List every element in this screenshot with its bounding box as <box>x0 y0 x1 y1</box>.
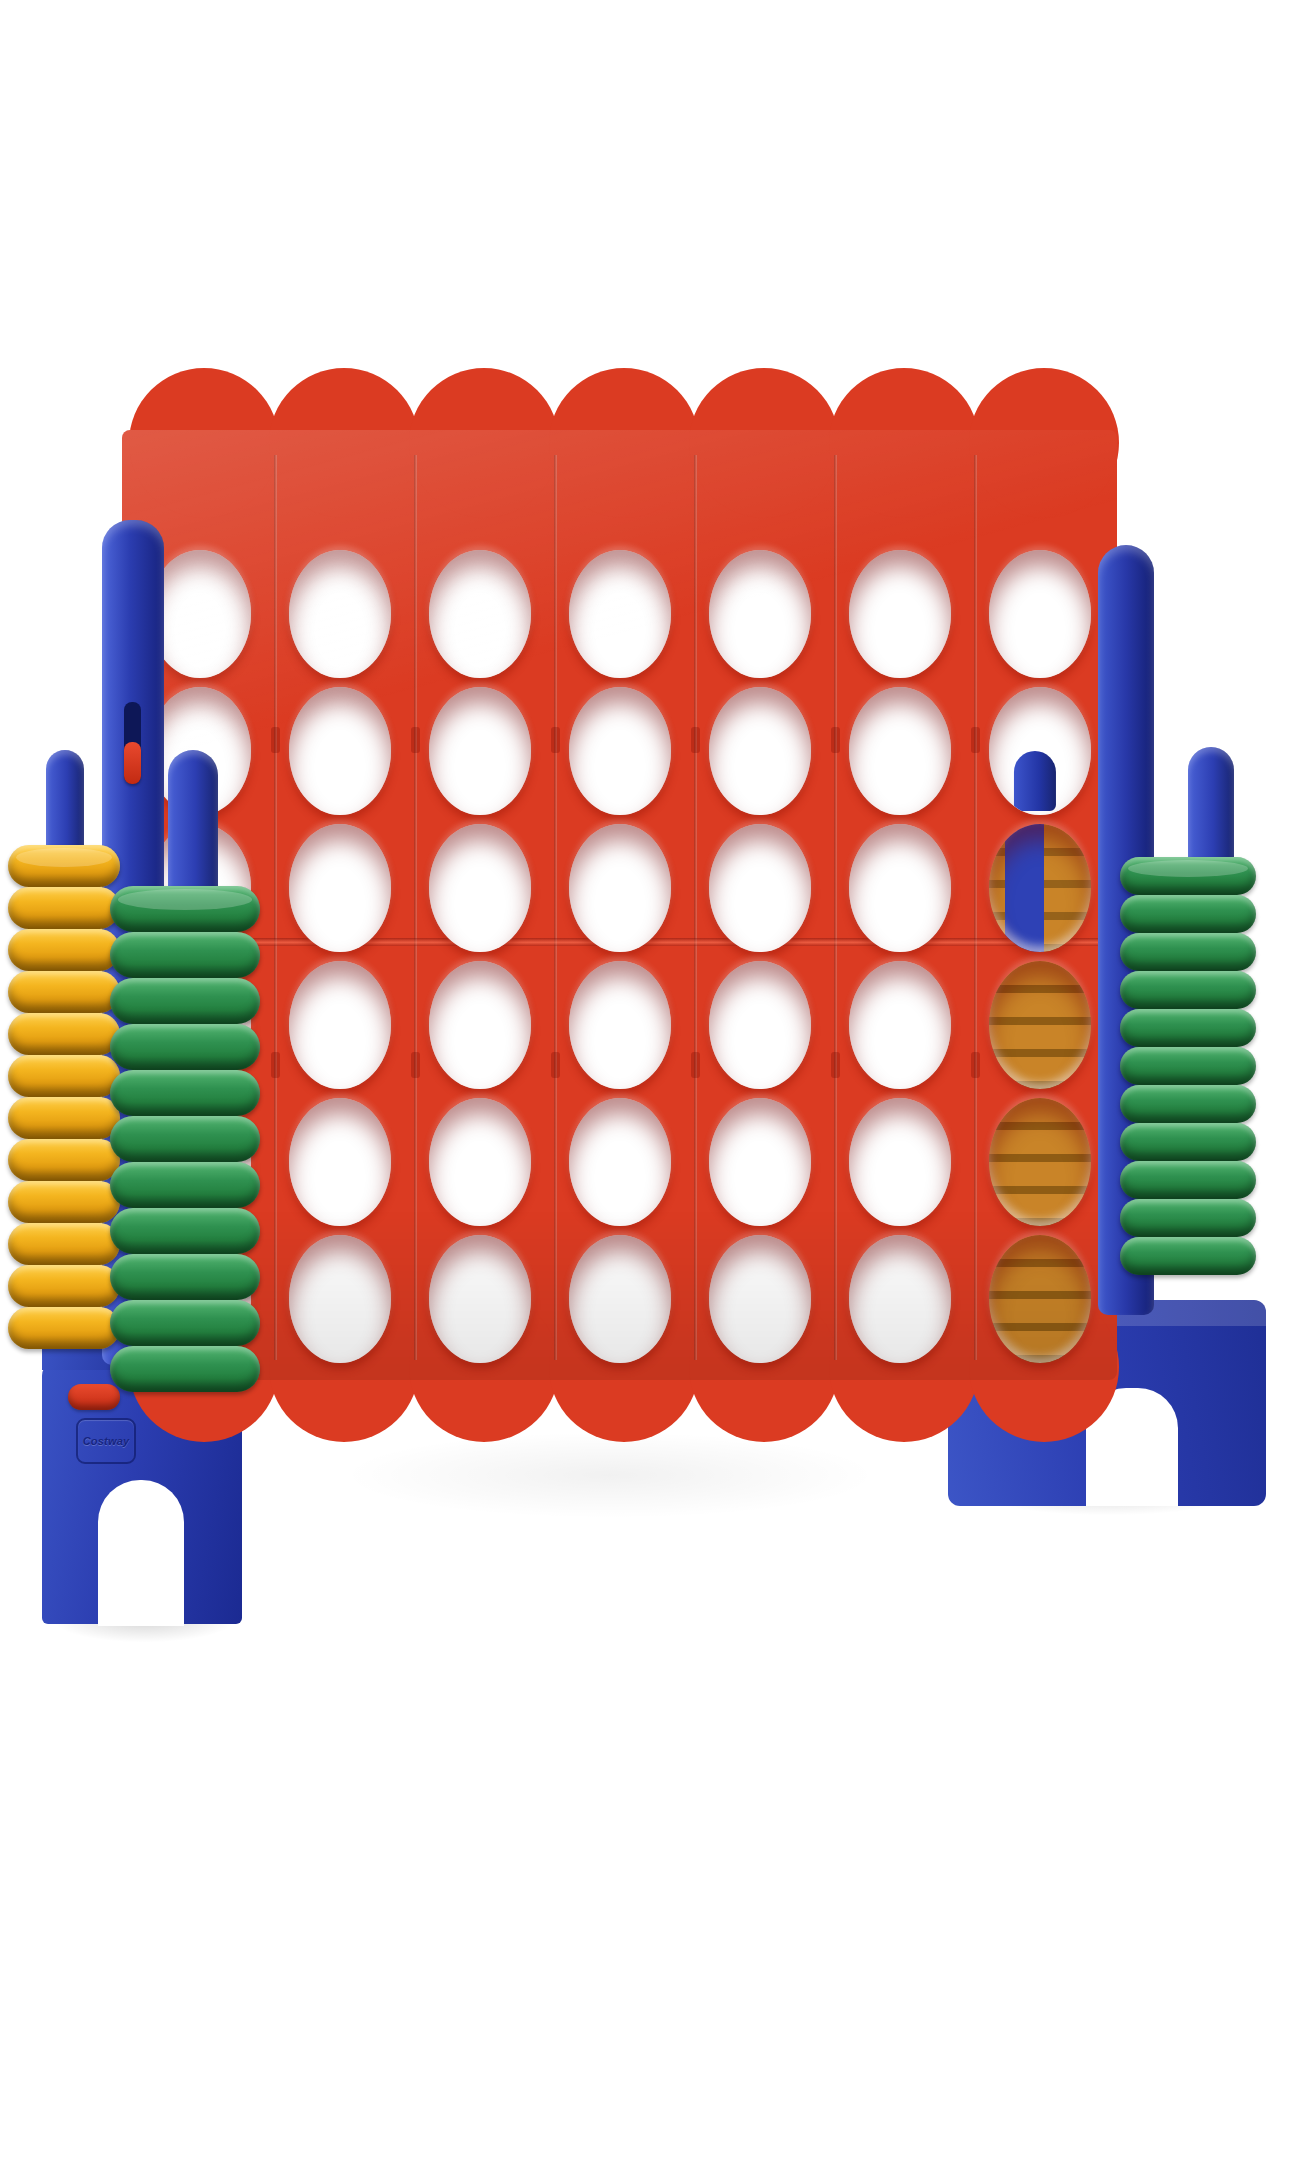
board-hole <box>289 1098 391 1226</box>
green-discs <box>110 886 260 1392</box>
board-hole <box>989 1235 1091 1363</box>
yellow-disc <box>8 1013 120 1055</box>
board-cell <box>270 956 410 1093</box>
yellow-disc <box>8 1181 120 1223</box>
board-hole <box>569 824 671 952</box>
board-cell <box>690 682 830 819</box>
board-hole <box>569 1235 671 1363</box>
board-hole <box>289 961 391 1089</box>
board-hole <box>289 687 391 815</box>
board-cell <box>550 1093 690 1230</box>
green-disc <box>110 886 260 932</box>
board-cell <box>270 1093 410 1230</box>
board-hole-grid <box>130 545 1110 1367</box>
board-cell <box>550 956 690 1093</box>
green-disc <box>1120 1009 1256 1047</box>
board-hole <box>429 961 531 1089</box>
yellow-disc <box>8 1055 120 1097</box>
board-cell <box>690 819 830 956</box>
green-disc <box>110 1346 260 1392</box>
board-hole <box>289 824 391 952</box>
green-discs <box>1120 857 1256 1275</box>
board-hole <box>849 1098 951 1226</box>
board-hole <box>849 961 951 1089</box>
board-hole <box>569 687 671 815</box>
board-cell <box>410 682 550 819</box>
green-disc <box>110 1208 260 1254</box>
board-cell <box>270 819 410 956</box>
brand-logo-text: Costway <box>83 1435 130 1447</box>
green-disc <box>110 932 260 978</box>
board-cell <box>830 545 970 682</box>
board-scallop-bump <box>829 368 979 518</box>
green-disc <box>1120 1123 1256 1161</box>
yellow-disc <box>8 1223 120 1265</box>
board-hole <box>849 824 951 952</box>
yellow-disc <box>8 1097 120 1139</box>
board-hole <box>989 961 1091 1089</box>
yellow-disc <box>8 1307 120 1349</box>
green-disc <box>1120 857 1256 895</box>
board-cell <box>550 1230 690 1367</box>
board-cell <box>970 1230 1110 1367</box>
green-disc <box>110 1300 260 1346</box>
board-hole <box>989 550 1091 678</box>
green-disc <box>110 978 260 1024</box>
board-cell <box>270 545 410 682</box>
green-disc <box>1120 895 1256 933</box>
board-hole <box>849 687 951 815</box>
left-yellow-disc-stack <box>8 845 120 1349</box>
board-cell <box>830 956 970 1093</box>
board-hole <box>709 961 811 1089</box>
board-hole <box>709 687 811 815</box>
left-green-disc-stack <box>110 886 260 1392</box>
board-hole <box>709 824 811 952</box>
board-cell <box>410 819 550 956</box>
board-hole <box>289 550 391 678</box>
board-cell <box>410 956 550 1093</box>
board-cell <box>410 545 550 682</box>
board-cell <box>830 1230 970 1367</box>
board-scallop-bump <box>269 368 419 518</box>
board-cell <box>690 1230 830 1367</box>
green-disc <box>1120 1161 1256 1199</box>
yellow-disc <box>8 1265 120 1307</box>
board-hole <box>709 550 811 678</box>
green-disc <box>110 1254 260 1300</box>
board-hole <box>709 1098 811 1226</box>
brand-logo-plate: Costway <box>76 1418 136 1464</box>
board-cell <box>410 1230 550 1367</box>
board-hole <box>989 824 1091 952</box>
board-scallop-bump <box>549 368 699 518</box>
board-cell <box>270 1230 410 1367</box>
board-cell <box>550 545 690 682</box>
board-scallop-bump <box>689 368 839 518</box>
yellow-disc <box>8 845 120 887</box>
connect-four-board <box>122 430 1117 1380</box>
board-hole <box>569 550 671 678</box>
board-hole <box>569 961 671 1089</box>
green-disc <box>110 1162 260 1208</box>
yellow-discs <box>8 845 120 1349</box>
board-hole <box>849 550 951 678</box>
board-hole <box>429 824 531 952</box>
board-cell <box>270 682 410 819</box>
green-disc <box>1120 1199 1256 1237</box>
green-disc <box>110 1116 260 1162</box>
green-disc <box>110 1070 260 1116</box>
board-hole <box>289 1235 391 1363</box>
yellow-disc <box>8 971 120 1013</box>
board-cell <box>830 682 970 819</box>
yellow-disc <box>8 929 120 971</box>
yellow-disc <box>8 1139 120 1181</box>
green-disc <box>1120 1047 1256 1085</box>
left-post-red-slider <box>124 742 141 784</box>
board-scallop-bump <box>969 368 1119 518</box>
board-cell <box>970 819 1110 956</box>
board-cell <box>690 545 830 682</box>
board-cell <box>970 682 1110 819</box>
board-cell <box>550 819 690 956</box>
right-green-disc-stack <box>1120 857 1256 1275</box>
board-hole <box>989 1098 1091 1226</box>
board-hole <box>429 1235 531 1363</box>
board-cell <box>830 1093 970 1230</box>
board-hole <box>429 687 531 815</box>
board-cell <box>970 1093 1110 1230</box>
green-disc <box>1120 971 1256 1009</box>
board-scallop-bump <box>129 368 279 518</box>
green-disc <box>110 1024 260 1070</box>
board-cell <box>690 1093 830 1230</box>
board-hole <box>149 550 251 678</box>
board-cell <box>690 956 830 1093</box>
board-cell <box>410 1093 550 1230</box>
board-hole <box>709 1235 811 1363</box>
board-hole <box>429 1098 531 1226</box>
left-leg-arch-cutout <box>98 1480 184 1626</box>
board-hole <box>849 1235 951 1363</box>
green-disc <box>1120 933 1256 971</box>
board-scallop-bump <box>409 368 559 518</box>
board-cell <box>970 545 1110 682</box>
board-cell <box>830 819 970 956</box>
board-hole <box>569 1098 671 1226</box>
yellow-disc <box>8 887 120 929</box>
board-hole <box>429 550 531 678</box>
product-photo-giant-connect-four: Costway <box>0 0 1290 2161</box>
board-cell <box>970 956 1110 1093</box>
board-hole <box>989 687 1091 815</box>
green-disc <box>1120 1085 1256 1123</box>
board-cell <box>550 682 690 819</box>
green-disc <box>1120 1237 1256 1275</box>
